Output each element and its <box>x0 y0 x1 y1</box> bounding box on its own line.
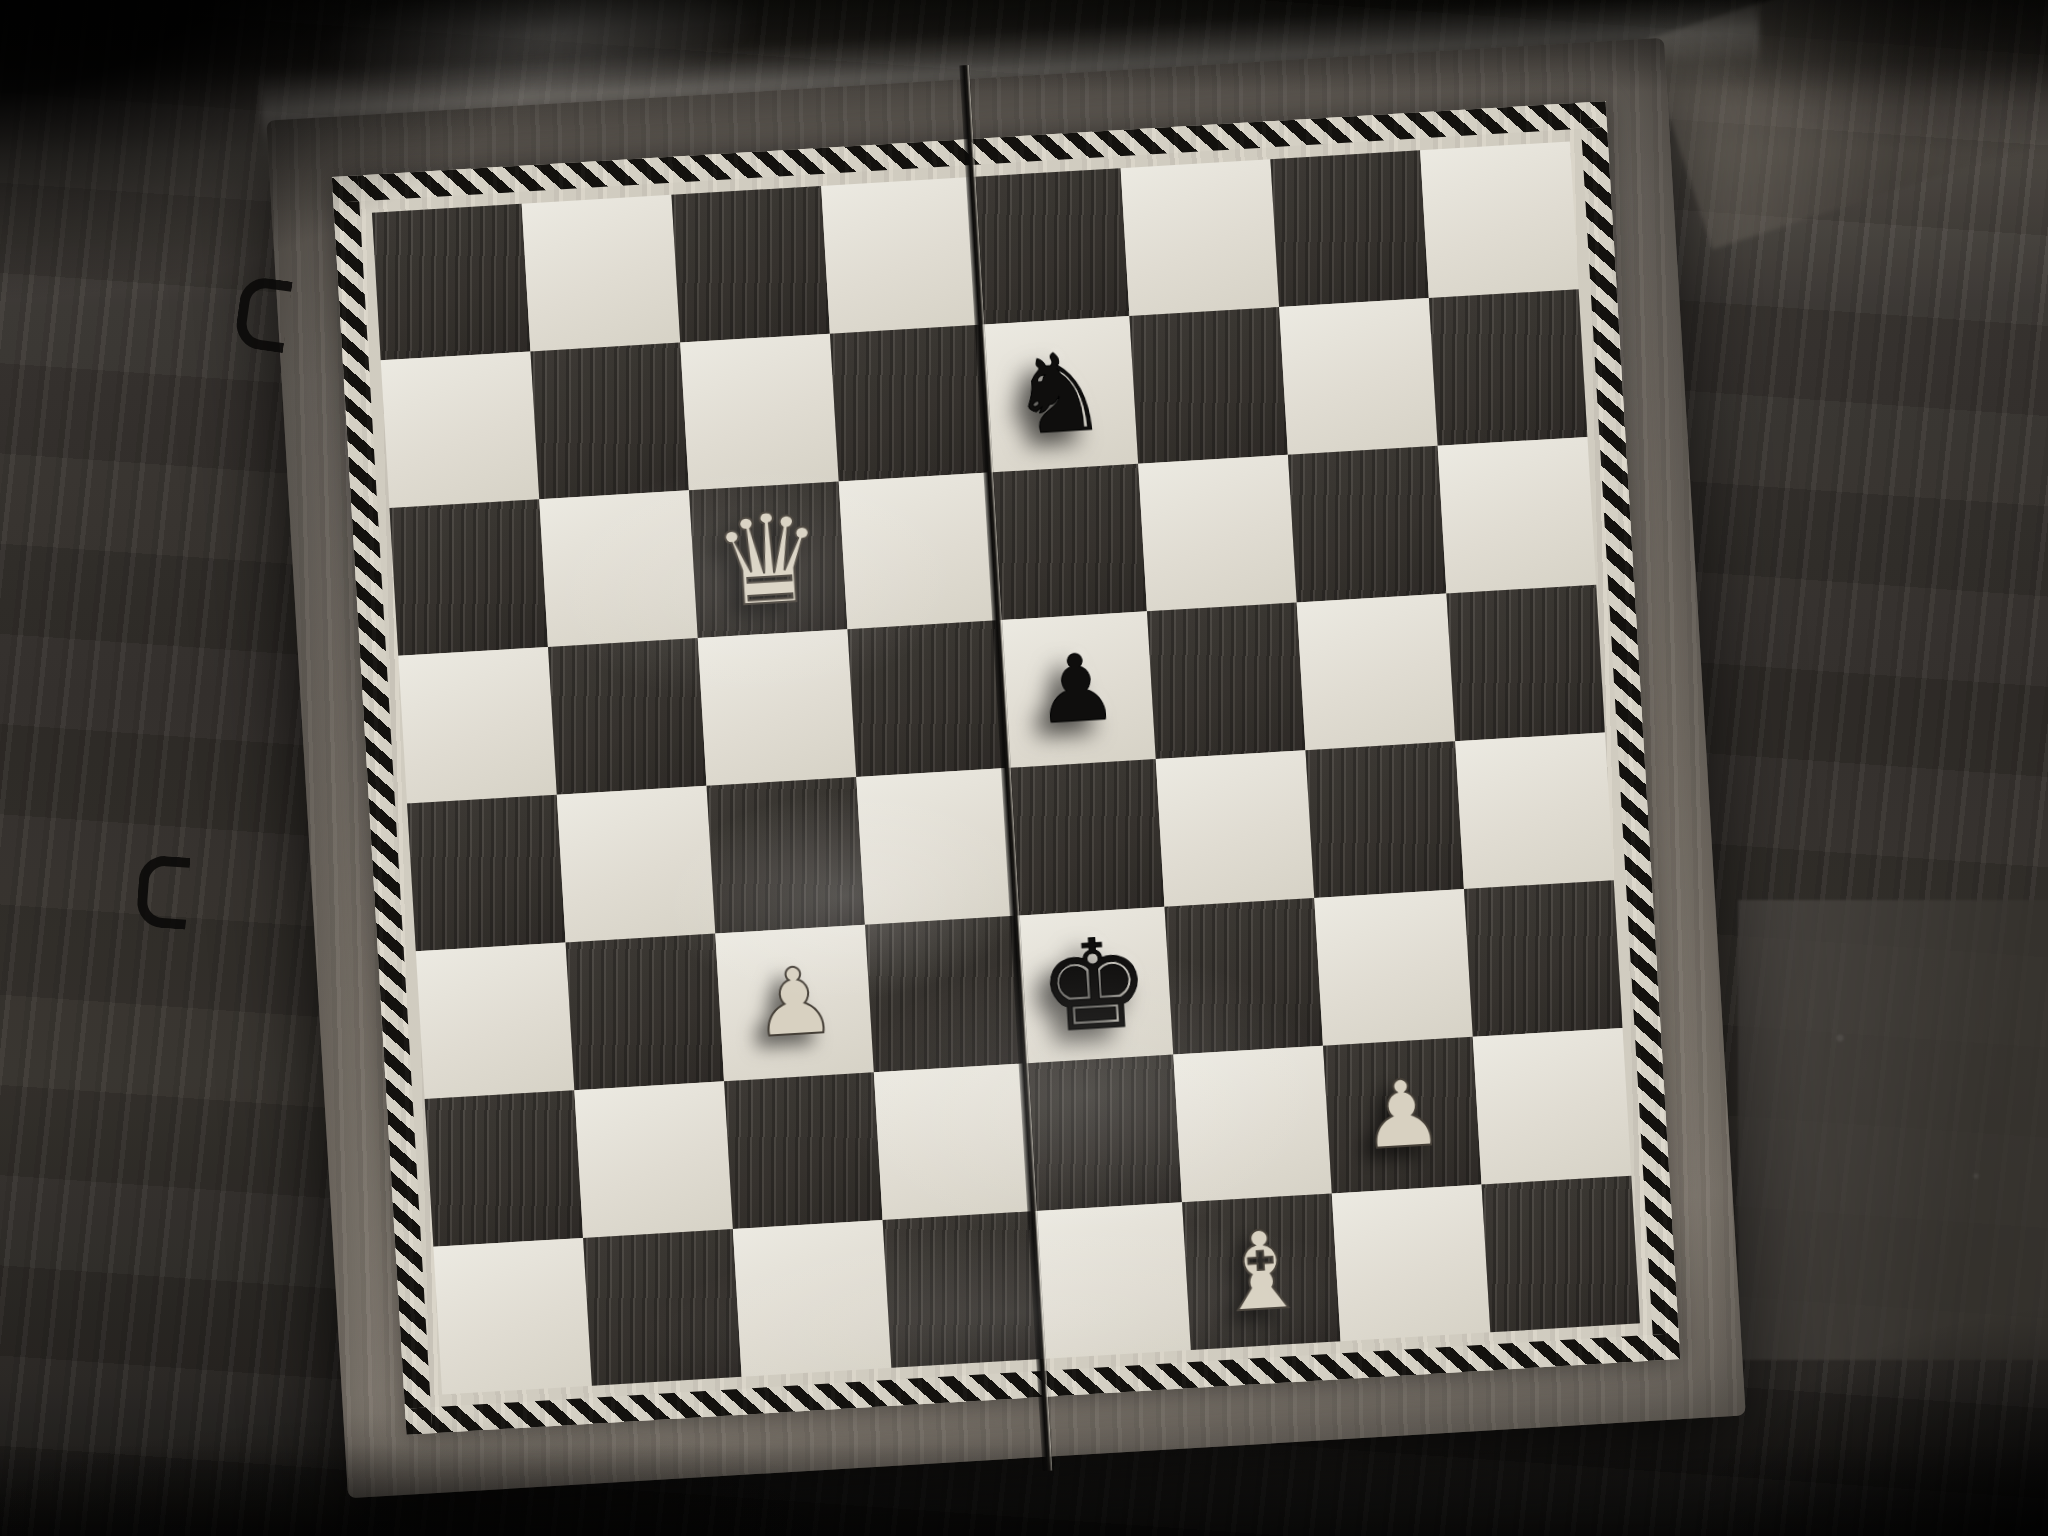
black-knight-e7: ♞ <box>1007 337 1110 451</box>
square-f1: ♝ <box>1182 1193 1341 1350</box>
square-b7 <box>530 343 689 500</box>
square-h7 <box>1429 289 1588 446</box>
square-d4 <box>856 768 1015 925</box>
square-f7 <box>1129 307 1288 464</box>
square-b6 <box>539 490 698 647</box>
square-g2: ♟ <box>1323 1037 1482 1194</box>
square-h5 <box>1446 585 1605 742</box>
square-g6 <box>1288 446 1447 603</box>
square-a8 <box>372 204 531 361</box>
square-b4 <box>557 786 716 943</box>
white-pawn-c3: ♟ <box>751 955 839 1052</box>
square-g1 <box>1332 1185 1491 1342</box>
square-b5 <box>548 638 707 795</box>
square-c6: ♛ <box>689 481 848 638</box>
square-b2 <box>574 1081 733 1238</box>
chess-board-box: ♞♛♟♟♚♟♝ <box>266 38 1745 1499</box>
square-d6 <box>839 473 998 630</box>
black-king-e3: ♚ <box>1035 920 1153 1050</box>
square-c1 <box>733 1220 892 1377</box>
white-bishop-f1: ♝ <box>1210 1215 1313 1329</box>
square-g7 <box>1279 298 1438 455</box>
square-e5: ♟ <box>997 611 1156 768</box>
white-queen-c6: ♛ <box>709 495 827 625</box>
square-f8 <box>1121 159 1280 316</box>
background-stone-floor <box>1738 900 2048 1360</box>
square-h1 <box>1482 1176 1641 1333</box>
square-d1 <box>883 1211 1042 1368</box>
square-e1 <box>1032 1202 1191 1359</box>
square-d2 <box>874 1063 1033 1220</box>
square-c4 <box>707 777 866 934</box>
square-h6 <box>1438 437 1597 594</box>
square-e2 <box>1024 1055 1183 1212</box>
square-e6 <box>988 464 1147 621</box>
square-c2 <box>724 1072 883 1229</box>
square-b8 <box>522 195 681 352</box>
square-e8 <box>971 168 1130 325</box>
square-h2 <box>1473 1028 1632 1185</box>
board-grid: ♞♛♟♟♚♟♝ <box>372 141 1640 1394</box>
square-c5 <box>698 629 857 786</box>
decorative-ribbon-border: ♞♛♟♟♚♟♝ <box>332 101 1680 1434</box>
square-h8 <box>1420 141 1579 298</box>
square-d3 <box>865 916 1024 1073</box>
square-a2 <box>425 1090 584 1247</box>
square-d5 <box>847 620 1006 777</box>
square-g8 <box>1270 150 1429 307</box>
square-h4 <box>1455 732 1614 889</box>
square-a7 <box>381 351 540 508</box>
square-g5 <box>1297 594 1456 751</box>
square-c8 <box>671 186 830 343</box>
black-pawn-e5: ♟ <box>1033 641 1121 738</box>
square-b3 <box>566 934 725 1091</box>
square-e7: ♞ <box>980 316 1139 473</box>
square-f4 <box>1156 750 1315 907</box>
square-b1 <box>583 1229 742 1386</box>
square-f5 <box>1147 602 1306 759</box>
clasp-hook-icon <box>136 854 191 929</box>
square-g4 <box>1305 741 1464 898</box>
square-g3 <box>1314 889 1473 1046</box>
square-d8 <box>821 177 980 334</box>
square-e3: ♚ <box>1015 907 1174 1064</box>
square-a3 <box>416 942 575 1099</box>
square-a1 <box>433 1238 592 1395</box>
square-h3 <box>1464 880 1623 1037</box>
square-d7 <box>830 325 989 482</box>
square-f3 <box>1165 898 1324 1055</box>
square-f2 <box>1173 1046 1332 1203</box>
square-f6 <box>1138 455 1297 612</box>
square-c3: ♟ <box>715 925 874 1082</box>
square-a4 <box>407 795 566 952</box>
white-pawn-g2: ♟ <box>1358 1067 1446 1164</box>
square-a5 <box>398 647 557 804</box>
square-c7 <box>680 334 839 491</box>
square-a6 <box>390 499 549 656</box>
square-e4 <box>1006 759 1165 916</box>
